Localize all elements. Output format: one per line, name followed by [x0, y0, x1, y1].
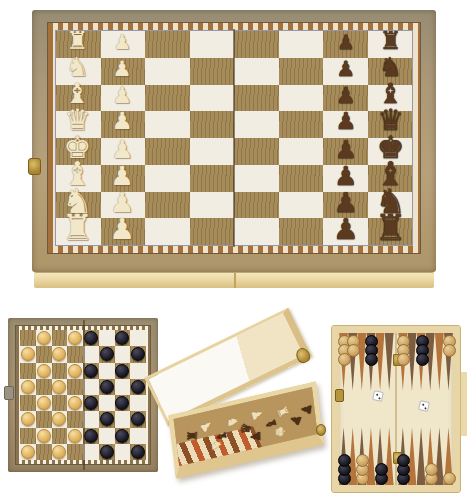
checkers-square	[83, 379, 99, 395]
checkers-square	[130, 395, 146, 411]
backgammon-frame	[332, 326, 460, 492]
chess-piece-black-P: ♟	[337, 32, 355, 52]
checkers-square	[36, 444, 52, 460]
checkers-square	[99, 330, 115, 346]
checkers-square	[99, 411, 115, 427]
checkers-square	[36, 363, 52, 379]
chess-piece-white-P: ♟	[113, 32, 131, 52]
chess-piece-black-N: ♞	[379, 54, 403, 80]
checkers-board-inlay-border	[15, 325, 151, 465]
checker-disc-light	[37, 396, 51, 410]
metal-clasp-icon	[4, 386, 14, 400]
checker-disc-dark	[115, 396, 129, 410]
checker-disc-light	[37, 364, 51, 378]
checkers-square	[52, 444, 68, 460]
checker-disc-light	[68, 364, 82, 378]
checkers-square	[83, 411, 99, 427]
checkers-square	[20, 395, 36, 411]
chess-piece-black-P: ♟	[336, 84, 356, 107]
die-pip	[424, 407, 426, 409]
checkers-square	[83, 395, 99, 411]
checkers-square	[20, 379, 36, 395]
checkers-square	[83, 444, 99, 460]
checker-disc-dark	[100, 380, 114, 394]
checkers-square	[20, 346, 36, 362]
chess-piece-white-P: ♟	[111, 110, 132, 134]
checkers-square	[83, 363, 99, 379]
chess-piece-white-K: ♚	[63, 132, 91, 163]
loose-chess-piece: ♟	[288, 412, 304, 427]
loose-chess-piece: ♞	[226, 416, 239, 429]
checkers-square	[52, 346, 68, 362]
product-photo-collage: ♜♞♝♛♚♝♞♜♟♟♟♟♟♟♟♟♟♟♟♟♟♟♟♟♜♞♝♛♚♝♞♜ ♜♟♝♞♛♟♝…	[0, 0, 467, 500]
backgammon-checker-dark	[416, 353, 429, 366]
checkers-square	[130, 363, 146, 379]
checker-disc-dark	[84, 331, 98, 345]
checkers-square	[130, 428, 146, 444]
checkers-square	[52, 428, 68, 444]
checkers-square	[115, 363, 131, 379]
brass-clasp-icon	[294, 346, 312, 365]
checkers-square	[67, 444, 83, 460]
loose-chess-piece: ♚	[274, 425, 287, 439]
backgammon-checker-light	[425, 463, 438, 476]
backgammon-point	[385, 333, 394, 391]
chess-piece-white-P: ♟	[109, 214, 135, 243]
checker-disc-light	[21, 347, 35, 361]
checker-disc-light	[21, 412, 35, 426]
checker-disc-dark	[131, 380, 145, 394]
chess-board-frame: ♜♞♝♛♚♝♞♜♟♟♟♟♟♟♟♟♟♟♟♟♟♟♟♟♜♞♝♛♚♝♞♜	[32, 10, 436, 272]
checker-disc-dark	[84, 429, 98, 443]
chess-piece-white-B: ♝	[63, 158, 92, 191]
backgammon-checker-light	[443, 344, 456, 357]
die-pip	[376, 393, 378, 395]
checkers-square	[36, 395, 52, 411]
backgammon-checker-dark	[375, 463, 388, 476]
chess-piece-black-N: ♞	[375, 184, 406, 218]
loose-chess-piece: ♟	[249, 406, 265, 422]
pine-edge-seam	[234, 273, 236, 288]
storage-box-photo: ♜♟♝♞♛♟♝♜♟♞♟♚♟	[160, 306, 330, 486]
checkers-square	[99, 363, 115, 379]
chess-board-photo: ♜♞♝♛♚♝♞♜♟♟♟♟♟♟♟♟♟♟♟♟♟♟♟♟♜♞♝♛♚♝♞♜	[32, 10, 436, 288]
checker-disc-light	[52, 412, 66, 426]
chess-piece-black-P: ♟	[336, 58, 355, 79]
chess-piece-black-B: ♝	[378, 80, 403, 108]
checkers-square	[115, 444, 131, 460]
chess-piece-black-P: ♟	[334, 188, 359, 216]
loose-chess-piece: ♜	[274, 404, 290, 421]
chess-piece-black-R: ♜	[375, 209, 407, 245]
backgammon-field	[339, 333, 453, 485]
checkers-square	[83, 346, 99, 362]
checker-disc-light	[37, 429, 51, 443]
die	[372, 390, 384, 402]
checkers-square	[20, 363, 36, 379]
checkers-square	[52, 379, 68, 395]
folded-box-pine-edge	[34, 272, 434, 288]
checker-disc-light	[68, 396, 82, 410]
board-hinge-seam	[83, 320, 85, 470]
chess-piece-black-P: ♟	[333, 214, 359, 243]
checkers-square	[67, 428, 83, 444]
checkers-square	[115, 346, 131, 362]
checkers-square	[115, 379, 131, 395]
chess-piece-white-R: ♜	[61, 209, 93, 245]
chess-piece-white-P: ♟	[113, 58, 132, 79]
chess-piece-white-N: ♞	[62, 184, 93, 218]
checkers-square	[36, 346, 52, 362]
checkers-square	[20, 444, 36, 460]
checkers-square	[52, 395, 68, 411]
checkers-square	[20, 411, 36, 427]
checkers-square	[36, 411, 52, 427]
checker-disc-dark	[131, 412, 145, 426]
checker-disc-dark	[131, 445, 145, 459]
checker-disc-dark	[115, 364, 129, 378]
checker-disc-light	[52, 445, 66, 459]
checkers-square	[67, 411, 83, 427]
checker-disc-light	[21, 445, 35, 459]
checkers-square	[99, 444, 115, 460]
checker-disc-light	[21, 380, 35, 394]
checkers-square	[99, 395, 115, 411]
checker-disc-dark	[115, 429, 129, 443]
chess-piece-black-B: ♝	[376, 158, 405, 191]
checkers-square	[115, 411, 131, 427]
chess-piece-black-P: ♟	[334, 162, 358, 188]
checker-disc-dark	[131, 347, 145, 361]
checkers-square	[36, 428, 52, 444]
die	[418, 400, 430, 412]
chess-piece-white-P: ♟	[111, 136, 133, 161]
checkers-square	[67, 363, 83, 379]
chess-piece-white-N: ♞	[66, 54, 90, 80]
chess-pieces-layer: ♜♞♝♛♚♝♞♜♟♟♟♟♟♟♟♟♟♟♟♟♟♟♟♟♜♞♝♛♚♝♞♜	[55, 30, 413, 246]
checkers-square	[99, 428, 115, 444]
checkers-square	[52, 363, 68, 379]
checkers-square	[36, 379, 52, 395]
checkers-square	[20, 330, 36, 346]
checkers-square	[130, 346, 146, 362]
checkers-square	[115, 428, 131, 444]
checkers-square	[130, 411, 146, 427]
checker-disc-light	[68, 429, 82, 443]
checkers-board-frame	[8, 318, 158, 472]
backgammon-checker-light	[443, 472, 456, 485]
backgammon-print-inside-box	[168, 426, 263, 469]
chess-piece-black-R: ♜	[380, 28, 402, 53]
checkers-square	[36, 330, 52, 346]
brass-clasp-icon	[316, 424, 326, 436]
chess-piece-black-P: ♟	[335, 136, 357, 161]
chess-piece-black-K: ♚	[377, 132, 405, 163]
chess-piece-white-P: ♟	[112, 84, 132, 107]
chess-piece-white-Q: ♛	[64, 106, 90, 136]
checkers-square	[67, 395, 83, 411]
checkers-square	[99, 379, 115, 395]
checkers-board-photo	[8, 318, 158, 472]
checkers-square	[67, 346, 83, 362]
loose-chess-piece: ♟	[299, 403, 313, 415]
checkers-square	[115, 330, 131, 346]
checker-disc-dark	[84, 364, 98, 378]
checkers-square	[115, 395, 131, 411]
checkers-square	[67, 330, 83, 346]
checker-disc-light	[52, 347, 66, 361]
die-pip	[421, 403, 423, 405]
backgammon-checker-dark	[338, 454, 351, 467]
die-pip	[378, 396, 380, 398]
checker-disc-dark	[84, 396, 98, 410]
brass-clasp-icon	[335, 389, 344, 402]
checker-disc-light	[52, 380, 66, 394]
chess-piece-white-P: ♟	[110, 162, 134, 188]
checker-disc-light	[37, 331, 51, 345]
chess-piece-black-Q: ♛	[377, 106, 403, 136]
chess-piece-black-P: ♟	[335, 110, 356, 134]
checkers-square	[67, 379, 83, 395]
brass-clasp-icon	[28, 158, 41, 175]
checkers-square	[52, 411, 68, 427]
loose-chess-piece: ♝	[263, 415, 279, 431]
chess-piece-white-R: ♜	[66, 28, 88, 53]
checkers-square	[99, 346, 115, 362]
checkers-square	[83, 330, 99, 346]
checkers-square	[20, 428, 36, 444]
backgammon-board-photo	[332, 326, 460, 492]
checkers-square	[52, 330, 68, 346]
checker-disc-dark	[115, 331, 129, 345]
checkers-square	[130, 379, 146, 395]
checkers-square	[130, 330, 146, 346]
checker-disc-dark	[100, 445, 114, 459]
checker-disc-dark	[100, 347, 114, 361]
cropped-wood-edge	[460, 372, 467, 436]
checker-disc-light	[68, 331, 82, 345]
chess-piece-white-B: ♝	[65, 80, 90, 108]
checkers-square	[83, 428, 99, 444]
checker-disc-dark	[100, 412, 114, 426]
checkers-square	[130, 444, 146, 460]
loose-chess-piece: ♟	[197, 418, 214, 436]
chess-piece-white-P: ♟	[110, 188, 135, 216]
